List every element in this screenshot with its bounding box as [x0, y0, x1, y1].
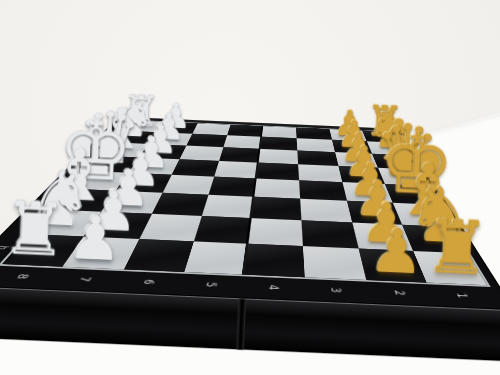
square-h4[interactable] — [245, 244, 306, 278]
square-d4[interactable] — [257, 163, 300, 181]
square-f4[interactable] — [252, 197, 302, 221]
square-f3[interactable] — [300, 199, 351, 223]
square-h3[interactable] — [303, 246, 365, 280]
square-h5[interactable] — [184, 241, 248, 274]
square-h2[interactable]: ♟ — [358, 249, 426, 283]
square-f6[interactable] — [151, 193, 208, 216]
square-d5[interactable] — [214, 161, 259, 179]
piece-white-pawn[interactable]: ♟ — [369, 222, 425, 281]
square-c6[interactable] — [179, 146, 223, 161]
piece-white-rook[interactable]: ♜ — [424, 213, 492, 285]
perspective-scene: abcdefgh 87654321 ♜♟♟♜♞♟♟♞♝♟♟♝♛♟♟♛♚♟♟♚♝♟… — [0, 0, 500, 375]
square-h1[interactable]: ♜ — [413, 251, 487, 285]
piece-black-pawn[interactable]: ♟ — [67, 209, 123, 268]
square-f5[interactable] — [202, 195, 255, 218]
square-d6[interactable] — [171, 159, 219, 176]
square-e3[interactable] — [299, 180, 346, 200]
square-g4[interactable] — [248, 218, 303, 246]
photo-stage: abcdefgh 87654321 ♜♟♟♜♞♟♟♞♝♟♟♝♛♟♟♛♚♟♟♚♝♟… — [0, 0, 500, 375]
fold-seam-case — [236, 299, 246, 350]
square-e5[interactable] — [208, 177, 256, 197]
chess-board: abcdefgh 87654321 ♜♟♟♜♞♟♟♞♝♟♟♝♛♟♟♛♚♟♟♚♝♟… — [0, 117, 500, 309]
square-d3[interactable] — [298, 164, 342, 182]
piece-black-rook[interactable]: ♜ — [1, 194, 69, 266]
square-g5[interactable] — [194, 216, 252, 244]
square-g6[interactable] — [139, 214, 202, 242]
board-grid: ♜♟♟♜♞♟♟♞♝♟♟♝♛♟♟♛♚♟♟♚♝♟♟♝♞♟♟♞♜♟♟♜ — [2, 120, 487, 285]
square-g3[interactable] — [302, 220, 358, 248]
square-e4[interactable] — [254, 178, 300, 198]
camera-tilt: abcdefgh 87654321 ♜♟♟♜♞♟♟♞♝♟♟♝♛♟♟♛♚♟♟♚♝♟… — [0, 0, 500, 375]
square-c3[interactable] — [298, 150, 339, 166]
square-e6[interactable] — [162, 175, 214, 195]
square-c4[interactable] — [259, 149, 299, 164]
